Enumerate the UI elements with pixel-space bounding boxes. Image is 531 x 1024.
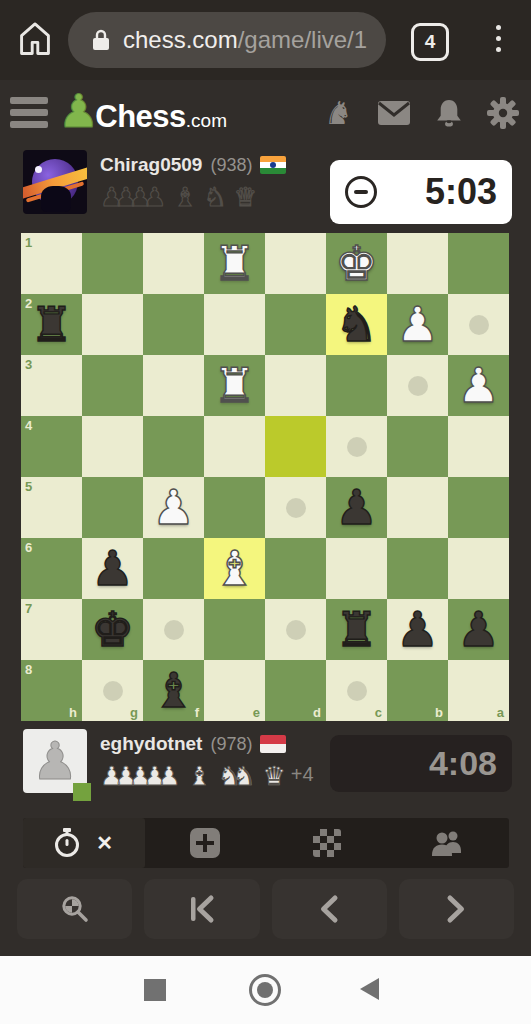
piece-white-bishop: ♝ (213, 545, 256, 593)
square-d5[interactable] (265, 477, 326, 538)
square-d4[interactable] (265, 416, 326, 477)
square-c6[interactable] (326, 538, 387, 599)
square-g7[interactable]: ♚ (82, 599, 143, 660)
notifications-bell-icon[interactable] (435, 97, 463, 129)
chess-board: 1♜♚2♜♞♟3♜♟45♟♟6♟♝7♚♜♟♟8hgf♝edcba (21, 233, 509, 721)
square-c8[interactable]: c (326, 660, 387, 721)
player-bottom-captured-pieces: ♟♟♟♟♟♝♞♞♛ +4 (100, 759, 314, 789)
square-e8[interactable]: e (204, 660, 265, 721)
player-top-rating: (938) (210, 155, 252, 176)
rank-label-4: 4 (25, 418, 32, 433)
square-b4[interactable] (387, 416, 448, 477)
captured-q-group: ♛ (234, 184, 264, 210)
piece-black-king: ♚ (91, 606, 134, 654)
minus-circle-icon (345, 176, 377, 208)
people-icon (431, 829, 465, 857)
square-g1[interactable] (82, 233, 143, 294)
piece-black-rook: ♜ (335, 606, 378, 654)
piece-black-pawn: ♟ (91, 545, 134, 593)
indonesia-flag-icon (260, 735, 286, 753)
piece-white-rook: ♜ (213, 362, 256, 410)
browser-status-bar: chess.com/game/live/1 4 (0, 0, 531, 80)
square-c2[interactable]: ♞ (326, 294, 387, 355)
legal-move-dot (103, 681, 123, 701)
rank-label-5: 5 (25, 479, 32, 494)
square-g4[interactable] (82, 416, 143, 477)
rank-label-3: 3 (25, 357, 32, 372)
piece-white-pawn: ♟ (396, 301, 439, 349)
player-top-name[interactable]: Chirag0509 (100, 154, 202, 176)
square-b3[interactable] (387, 355, 448, 416)
square-a6[interactable] (448, 538, 509, 599)
square-a7[interactable]: ♟ (448, 599, 509, 660)
square-e7[interactable] (204, 599, 265, 660)
player-top-row: Chirag0509 (938) ♟♟♟♟♝♞♛ 5:03 (0, 150, 531, 230)
square-g3[interactable] (82, 355, 143, 416)
india-flag-icon (260, 156, 286, 174)
skip-start-icon (187, 894, 217, 924)
square-b1[interactable] (387, 233, 448, 294)
square-f7[interactable] (143, 599, 204, 660)
captured-n-group: ♞♞ (218, 763, 263, 789)
square-f6[interactable] (143, 538, 204, 599)
square-e3[interactable]: ♜ (204, 355, 265, 416)
captured-b-group: ♝ (188, 763, 218, 789)
captured-q-group: ♛ (262, 763, 292, 789)
captured-b-group: ♝ (173, 184, 203, 210)
square-h2[interactable]: 2♜ (21, 294, 82, 355)
file-label-a: a (497, 705, 504, 720)
piece-white-pawn: ♟ (152, 484, 195, 532)
play-knight-icon[interactable]: ♞ (324, 97, 353, 129)
piece-black-pawn: ♟ (335, 484, 378, 532)
rank-label-6: 6 (25, 540, 32, 555)
magnifier-icon (60, 894, 90, 924)
player-bottom-clock: 4:08 (330, 735, 512, 792)
square-g5[interactable] (82, 477, 143, 538)
file-label-b: b (435, 705, 443, 720)
square-a5[interactable] (448, 477, 509, 538)
square-b2[interactable]: ♟ (387, 294, 448, 355)
settings-gear-icon[interactable] (487, 97, 519, 129)
square-f1[interactable] (143, 233, 204, 294)
piece-black-pawn: ♟ (396, 606, 439, 654)
piece-white-pawn: ♟ (457, 362, 500, 410)
square-c7[interactable]: ♜ (326, 599, 387, 660)
legal-move-dot (408, 376, 428, 396)
square-b8[interactable]: b (387, 660, 448, 721)
tab-new-game[interactable] (145, 818, 267, 868)
square-e2[interactable] (204, 294, 265, 355)
square-b5[interactable] (387, 477, 448, 538)
square-g6[interactable]: ♟ (82, 538, 143, 599)
tab-players[interactable] (388, 818, 510, 868)
square-d8[interactable]: d (265, 660, 326, 721)
url-text: chess.com/game/live/1 (123, 26, 367, 54)
square-h8[interactable]: 8h (21, 660, 82, 721)
captured-p-group: ♟♟♟♟ (100, 184, 173, 210)
piece-black-bishop: ♝ (152, 667, 195, 715)
square-d6[interactable] (265, 538, 326, 599)
phone-screen: chess.com/game/live/1 4 ♟ Chess .com ♞ (0, 0, 531, 1024)
rank-label-2: 2 (25, 296, 32, 311)
square-a4[interactable] (448, 416, 509, 477)
checkerboard-icon (313, 829, 341, 857)
piece-white-rook: ♜ (213, 240, 256, 288)
square-b6[interactable] (387, 538, 448, 599)
square-c3[interactable] (326, 355, 387, 416)
android-home-icon[interactable] (249, 974, 281, 1006)
android-back-icon[interactable] (360, 978, 379, 1000)
stopwatch-icon (54, 828, 80, 858)
rank-label-1: 1 (25, 235, 32, 250)
square-d1[interactable] (265, 233, 326, 294)
legal-move-dot (286, 498, 306, 518)
square-a2[interactable] (448, 294, 509, 355)
square-h6[interactable]: 6 (21, 538, 82, 599)
online-status-badge (73, 783, 91, 801)
square-f8[interactable]: f♝ (143, 660, 204, 721)
plus-square-icon (190, 828, 220, 858)
square-h5[interactable]: 5 (21, 477, 82, 538)
game-tab-strip: ✕ (23, 818, 509, 868)
rank-label-7: 7 (25, 601, 32, 616)
player-bottom-rating: (978) (210, 734, 252, 755)
player-top-captured-pieces: ♟♟♟♟♝♞♛ (100, 180, 286, 210)
square-h1[interactable]: 1 (21, 233, 82, 294)
file-label-d: d (313, 705, 321, 720)
captured-n-group: ♞ (204, 184, 234, 210)
square-f5[interactable]: ♟ (143, 477, 204, 538)
square-h3[interactable]: 3 (21, 355, 82, 416)
chesscom-logo[interactable]: ♟ Chess .com (58, 82, 227, 142)
captured-p-group: ♟♟♟♟♟ (100, 763, 188, 789)
piece-black-pawn: ♟ (457, 606, 500, 654)
legal-move-dot (347, 437, 367, 457)
legal-move-dot (286, 620, 306, 640)
square-e1[interactable]: ♜ (204, 233, 265, 294)
file-label-c: c (375, 705, 382, 720)
square-a1[interactable] (448, 233, 509, 294)
square-f2[interactable] (143, 294, 204, 355)
square-h4[interactable]: 4 (21, 416, 82, 477)
square-e4[interactable] (204, 416, 265, 477)
square-c1[interactable]: ♚ (326, 233, 387, 294)
board-zoom-button[interactable] (17, 879, 132, 939)
player-bottom-name[interactable]: eghydotnet (100, 733, 202, 755)
site-header: ♟ Chess .com ♞ (0, 80, 531, 145)
square-a3[interactable]: ♟ (448, 355, 509, 416)
square-b7[interactable]: ♟ (387, 599, 448, 660)
chevron-right-icon (443, 894, 469, 924)
android-recents-icon[interactable] (144, 979, 166, 1001)
player-top-clock: 5:03 (330, 160, 512, 224)
tab-counter[interactable]: 4 (411, 23, 449, 61)
square-d3[interactable] (265, 355, 326, 416)
file-label-f: f (195, 705, 199, 720)
piece-white-king: ♚ (335, 240, 378, 288)
player-bottom-row: ♟ eghydotnet (978) ♟♟♟♟♟♝♞♞♛ +4 4:08 (0, 729, 531, 809)
square-c4[interactable] (326, 416, 387, 477)
logo-pawn-icon: ♟ (58, 82, 99, 140)
close-tab-icon[interactable]: ✕ (96, 831, 113, 855)
piece-black-rook: ♜ (30, 301, 73, 349)
square-g8[interactable]: g (82, 660, 143, 721)
tab-clock-active[interactable]: ✕ (23, 818, 145, 868)
player-top-avatar[interactable] (23, 150, 87, 214)
previous-move-button[interactable] (272, 879, 387, 939)
square-f3[interactable] (143, 355, 204, 416)
piece-black-knight: ♞ (335, 301, 378, 349)
legal-move-dot (164, 620, 184, 640)
square-c5[interactable]: ♟ (326, 477, 387, 538)
file-label-e: e (253, 705, 260, 720)
square-d7[interactable] (265, 599, 326, 660)
go-to-start-button[interactable] (144, 879, 259, 939)
hamburger-menu-icon[interactable] (10, 97, 48, 128)
square-a8[interactable]: a (448, 660, 509, 721)
file-label-h: h (69, 705, 77, 720)
tab-board[interactable] (266, 818, 388, 868)
legal-move-dot (469, 315, 489, 335)
chevron-left-icon (316, 894, 342, 924)
material-advantage: +4 (291, 763, 314, 789)
browser-menu-icon[interactable] (496, 25, 501, 52)
next-move-button[interactable] (399, 879, 514, 939)
url-bar[interactable]: chess.com/game/live/1 (68, 12, 386, 68)
square-e5[interactable] (204, 477, 265, 538)
home-icon[interactable] (16, 20, 54, 62)
square-d2[interactable] (265, 294, 326, 355)
square-e6[interactable]: ♝ (204, 538, 265, 599)
android-nav-bar (0, 956, 531, 1024)
rank-label-8: 8 (25, 662, 32, 677)
player-bottom-avatar[interactable]: ♟ (23, 729, 87, 793)
legal-move-dot (347, 681, 367, 701)
square-f4[interactable] (143, 416, 204, 477)
lock-icon (92, 29, 110, 51)
file-label-g: g (130, 705, 138, 720)
messages-icon[interactable] (377, 100, 411, 126)
move-nav-row (17, 879, 514, 939)
square-g2[interactable] (82, 294, 143, 355)
square-h7[interactable]: 7 (21, 599, 82, 660)
